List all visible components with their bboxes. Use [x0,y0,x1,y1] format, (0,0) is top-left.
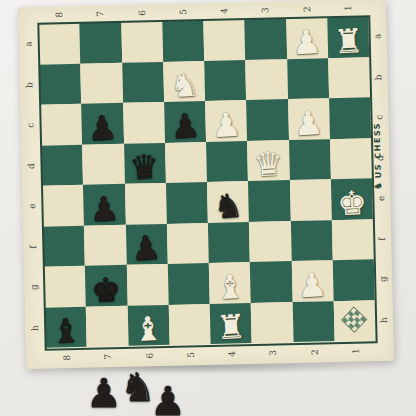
square-f2[interactable] [290,220,332,261]
square-d7[interactable] [82,143,124,184]
board-mat: ♞ US CHESS ♟♜♞♟♟♟♟♛♛♟♞♚♟♚♝♟♝♝♜8765432187… [18,0,394,369]
white-pawn-a2[interactable]: ♟ [291,26,322,59]
file-label-left-b: b [9,74,50,95]
white-pawn-c2[interactable]: ♟ [293,107,324,140]
square-c2[interactable]: ♟ [288,98,330,139]
file-label-left-a: a [8,34,49,55]
file-label-left-e: e [12,196,53,217]
file-label-right-g: g [363,270,404,289]
square-d3[interactable]: ♛ [247,140,289,181]
square-d5[interactable] [165,141,207,182]
white-pawn-c4[interactable]: ♟ [211,109,242,142]
square-g3[interactable] [250,261,292,302]
square-f4[interactable] [208,222,250,263]
white-bishop-g4[interactable]: ♝ [214,271,245,304]
square-g5[interactable] [168,263,210,304]
black-knight-e4[interactable]: ♞ [212,190,243,223]
black-pawn-e7[interactable]: ♟ [89,193,120,226]
square-e4[interactable]: ♞ [207,181,249,222]
captured-black-pawn-0[interactable]: ♟ [86,378,122,409]
square-c7[interactable]: ♟ [81,103,123,144]
square-d6[interactable]: ♛ [124,142,166,183]
rank-label-top-5: 5 [174,0,192,33]
rank-label-top-1: 1 [338,0,356,29]
knight-logo-icon: ♞ [373,181,383,190]
rank-label-top-7: 7 [91,0,109,35]
file-label-left-g: g [14,277,55,298]
square-g2[interactable]: ♟ [291,260,333,301]
square-e7[interactable]: ♟ [83,184,125,225]
square-f3[interactable] [249,221,291,262]
square-b7[interactable] [80,62,122,103]
white-pawn-g2[interactable]: ♟ [297,269,328,302]
square-g6[interactable] [126,264,168,305]
square-d4[interactable] [206,141,248,182]
black-pawn-c5[interactable]: ♟ [169,110,200,143]
square-b2[interactable] [287,58,329,99]
rank-label-top-8: 8 [50,0,68,36]
rank-label-bottom-8: 8 [56,337,78,379]
white-knight-b5[interactable]: ♞ [168,70,199,103]
square-c5[interactable]: ♟ [164,101,206,142]
square-e2[interactable] [289,179,331,220]
file-label-left-h: h [15,317,56,338]
square-g4[interactable]: ♝ [209,262,251,303]
square-c4[interactable]: ♟ [205,100,247,141]
rank-label-top-4: 4 [215,0,233,32]
square-b4[interactable] [204,60,246,101]
file-label-left-c: c [10,115,51,136]
square-g7[interactable]: ♚ [85,265,127,306]
rank-label-bottom-2: 2 [303,331,325,373]
us-chess-wordmark-text: US CHESS [372,122,382,178]
rank-label-top-2: 2 [297,0,315,30]
square-c3[interactable] [246,99,288,140]
square-b5[interactable]: ♞ [163,61,205,102]
square-f7[interactable] [84,224,126,265]
rank-label-bottom-5: 5 [179,334,201,376]
file-label-right-h: h [364,310,405,329]
black-pawn-f6[interactable]: ♟ [131,233,162,266]
rank-label-bottom-4: 4 [221,333,243,375]
file-label-right-f: f [362,229,403,248]
black-queen-d6[interactable]: ♛ [129,152,160,185]
square-c6[interactable] [123,102,165,143]
square-e5[interactable] [166,182,208,223]
square-b6[interactable] [122,61,164,102]
rank-label-top-6: 6 [132,0,150,34]
square-b3[interactable] [245,59,287,100]
black-pawn-c7[interactable]: ♟ [87,112,118,145]
file-label-left-d: d [11,155,52,176]
square-f5[interactable] [167,222,209,263]
rank-label-bottom-3: 3 [262,332,284,374]
us-chess-wordmark: ♞ US CHESS [370,118,386,194]
rank-label-bottom-1: 1 [344,330,366,372]
rank-label-top-3: 3 [256,0,274,31]
square-d2[interactable] [289,139,331,180]
captured-black-pawn-2[interactable]: ♟ [150,386,186,416]
black-king-g7[interactable]: ♚ [91,274,122,307]
file-label-left-f: f [13,236,54,257]
square-e6[interactable] [124,183,166,224]
captured-pieces-tray: ♟♞♟ [78,372,198,416]
square-e3[interactable] [248,180,290,221]
file-label-right-b: b [358,67,399,86]
file-label-right-a: a [357,27,398,46]
square-f6[interactable]: ♟ [125,223,167,264]
white-queen-d3[interactable]: ♛ [253,149,284,182]
